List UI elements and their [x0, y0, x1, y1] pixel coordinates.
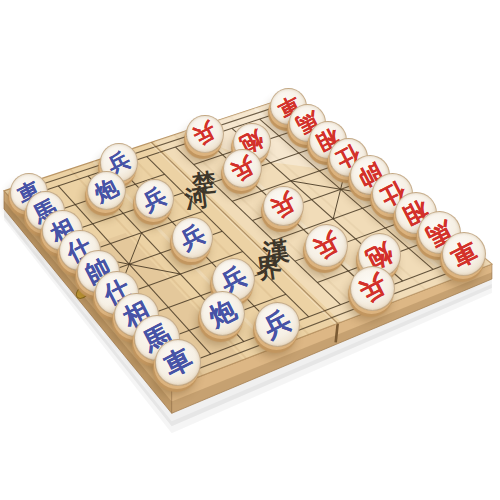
piece-blue-soldier[interactable]: 兵 — [172, 217, 214, 259]
piece-character: 兵 — [268, 190, 299, 221]
piece-red-soldier[interactable]: 兵 — [350, 266, 395, 311]
piece-red-soldier[interactable]: 兵 — [263, 186, 304, 227]
piece-character: 車 — [160, 344, 196, 380]
piece-character: 兵 — [356, 271, 391, 306]
piece-character: 兵 — [310, 229, 343, 262]
piece-character: 兵 — [191, 120, 220, 149]
piece-blue-chariot[interactable]: 車 — [155, 339, 202, 386]
piece-character: 兵 — [177, 222, 209, 254]
xiangqi-set-photo: Wooden folding xiangqi (Chinese chess) s… — [0, 0, 500, 500]
piece-character: 兵 — [260, 307, 295, 342]
piece-red-chariot[interactable]: 車 — [442, 232, 486, 276]
piece-red-soldier[interactable]: 兵 — [186, 115, 224, 153]
piece-red-soldier[interactable]: 兵 — [305, 224, 348, 267]
piece-blue-soldier[interactable]: 兵 — [135, 179, 175, 219]
piece-character: 炮 — [91, 175, 121, 205]
piece-character: 車 — [447, 237, 481, 271]
piece-blue-cannon[interactable]: 炮 — [87, 171, 126, 210]
piece-character: 兵 — [139, 184, 170, 215]
piece-character: 兵 — [228, 154, 258, 184]
piece-character: 炮 — [206, 296, 241, 331]
